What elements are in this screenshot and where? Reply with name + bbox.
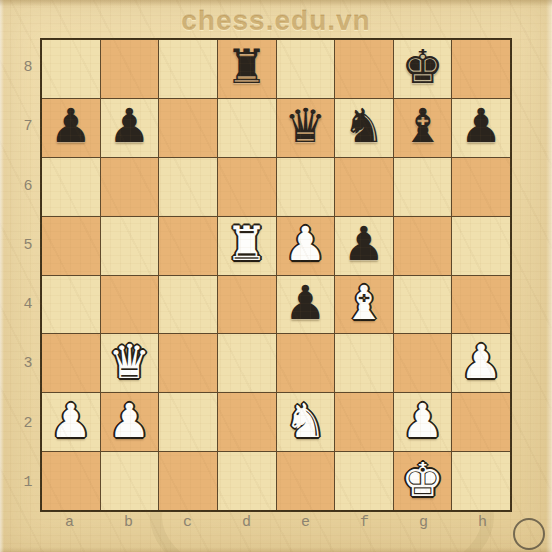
rank-label-7: 7 <box>18 97 38 156</box>
square-a1 <box>42 452 100 510</box>
square-f6 <box>335 158 393 216</box>
square-d6 <box>218 158 276 216</box>
square-d1 <box>218 452 276 510</box>
square-c1 <box>159 452 217 510</box>
square-b4 <box>101 276 159 334</box>
white-bishop: ♝ <box>343 279 385 326</box>
black-king: ♚ <box>401 43 443 90</box>
square-g5 <box>394 217 452 275</box>
square-f7: ♞ <box>335 99 393 157</box>
square-f8 <box>335 40 393 98</box>
square-f4: ♝ <box>335 276 393 334</box>
file-label-a: a <box>40 513 99 533</box>
white-pawn: ♟ <box>460 338 502 385</box>
square-b2: ♟ <box>101 393 159 451</box>
square-a6 <box>42 158 100 216</box>
square-d7 <box>218 99 276 157</box>
file-label-g: g <box>394 513 453 533</box>
black-queen: ♛ <box>284 102 326 149</box>
square-g6 <box>394 158 452 216</box>
square-b1 <box>101 452 159 510</box>
chess-board: ♜♚♟♟♛♞♝♟♜♟♟♟♝♛♟♟♟♞♟♚ <box>40 38 512 512</box>
square-e1 <box>277 452 335 510</box>
square-h1 <box>452 452 510 510</box>
chess-diagram-page: chess.edu.vn ♜♚♟♟♛♞♝♟♜♟♟♟♝♛♟♟♟♞♟♚ 876543… <box>0 0 552 552</box>
rank-label-5: 5 <box>18 216 38 275</box>
square-h8 <box>452 40 510 98</box>
square-c6 <box>159 158 217 216</box>
square-f1 <box>335 452 393 510</box>
black-knight: ♞ <box>343 102 385 149</box>
square-e5: ♟ <box>277 217 335 275</box>
square-e4: ♟ <box>277 276 335 334</box>
file-label-e: e <box>276 513 335 533</box>
square-b7: ♟ <box>101 99 159 157</box>
square-c7 <box>159 99 217 157</box>
rank-label-3: 3 <box>18 334 38 393</box>
file-label-b: b <box>99 513 158 533</box>
white-pawn: ♟ <box>108 397 150 444</box>
square-h6 <box>452 158 510 216</box>
white-pawn: ♟ <box>401 397 443 444</box>
square-a3 <box>42 334 100 392</box>
square-h3: ♟ <box>452 334 510 392</box>
file-label-c: c <box>158 513 217 533</box>
square-g3 <box>394 334 452 392</box>
square-f5: ♟ <box>335 217 393 275</box>
square-h5 <box>452 217 510 275</box>
square-e8 <box>277 40 335 98</box>
square-e6 <box>277 158 335 216</box>
white-rook: ♜ <box>226 220 268 267</box>
square-d3 <box>218 334 276 392</box>
corner-circle-mark <box>513 518 545 550</box>
square-d5: ♜ <box>218 217 276 275</box>
square-a2: ♟ <box>42 393 100 451</box>
square-c3 <box>159 334 217 392</box>
square-h7: ♟ <box>452 99 510 157</box>
square-b6 <box>101 158 159 216</box>
square-b3: ♛ <box>101 334 159 392</box>
square-g4 <box>394 276 452 334</box>
white-pawn: ♟ <box>284 220 326 267</box>
square-a7: ♟ <box>42 99 100 157</box>
square-e2: ♞ <box>277 393 335 451</box>
square-g2: ♟ <box>394 393 452 451</box>
square-g1: ♚ <box>394 452 452 510</box>
black-rook: ♜ <box>226 43 268 90</box>
file-label-f: f <box>335 513 394 533</box>
square-d8: ♜ <box>218 40 276 98</box>
rank-label-6: 6 <box>18 157 38 216</box>
file-label-h: h <box>453 513 512 533</box>
square-c8 <box>159 40 217 98</box>
white-pawn: ♟ <box>50 397 92 444</box>
square-h2 <box>452 393 510 451</box>
square-e7: ♛ <box>277 99 335 157</box>
black-pawn: ♟ <box>343 220 385 267</box>
square-a8 <box>42 40 100 98</box>
square-d2 <box>218 393 276 451</box>
square-b8 <box>101 40 159 98</box>
white-knight: ♞ <box>284 397 326 444</box>
square-c2 <box>159 393 217 451</box>
square-c5 <box>159 217 217 275</box>
white-king: ♚ <box>401 456 443 503</box>
square-g7: ♝ <box>394 99 452 157</box>
square-f3 <box>335 334 393 392</box>
black-pawn: ♟ <box>460 102 502 149</box>
square-b5 <box>101 217 159 275</box>
square-e3 <box>277 334 335 392</box>
site-watermark: chess.edu.vn <box>0 5 552 37</box>
black-pawn: ♟ <box>284 279 326 326</box>
rank-label-8: 8 <box>18 38 38 97</box>
rank-label-2: 2 <box>18 394 38 453</box>
square-a4 <box>42 276 100 334</box>
file-label-d: d <box>217 513 276 533</box>
rank-label-1: 1 <box>18 453 38 512</box>
white-queen: ♛ <box>108 338 150 385</box>
square-g8: ♚ <box>394 40 452 98</box>
square-f2 <box>335 393 393 451</box>
black-pawn: ♟ <box>50 102 92 149</box>
square-c4 <box>159 276 217 334</box>
black-pawn: ♟ <box>108 102 150 149</box>
black-bishop: ♝ <box>401 102 443 149</box>
rank-label-4: 4 <box>18 275 38 334</box>
square-d4 <box>218 276 276 334</box>
square-a5 <box>42 217 100 275</box>
square-h4 <box>452 276 510 334</box>
